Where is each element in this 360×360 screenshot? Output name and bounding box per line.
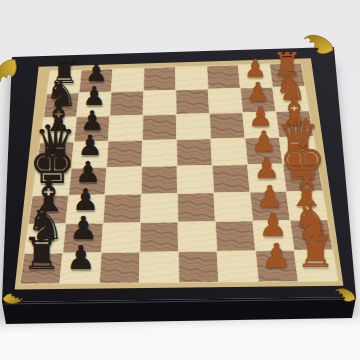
square-e3[interactable]: [212, 165, 250, 193]
square-h6[interactable]: [100, 252, 140, 283]
square-d5[interactable]: [142, 140, 177, 167]
square-e6[interactable]: [105, 167, 142, 195]
square-c3[interactable]: [210, 113, 246, 139]
square-g5[interactable]: [140, 222, 179, 252]
chess-set-photo: Angled overhead photo of a wooden chess …: [0, 0, 360, 360]
piece-black-rook-h8[interactable]: ♜: [20, 232, 64, 276]
piece-white-pawn-h2[interactable]: ♟: [260, 239, 293, 272]
square-f3[interactable]: [214, 192, 253, 221]
square-d6[interactable]: [107, 141, 143, 168]
square-f4[interactable]: [178, 193, 216, 222]
square-b6[interactable]: [110, 91, 144, 116]
square-c6[interactable]: [108, 115, 143, 141]
square-d3[interactable]: [211, 138, 248, 165]
square-b5[interactable]: [143, 90, 176, 115]
square-c4[interactable]: [176, 114, 211, 140]
square-b3[interactable]: [208, 88, 243, 113]
square-g3[interactable]: [215, 221, 255, 251]
square-a4[interactable]: [176, 66, 209, 90]
square-h4[interactable]: [179, 251, 219, 282]
square-a3[interactable]: [207, 65, 241, 89]
square-g6[interactable]: [101, 223, 140, 253]
square-e4[interactable]: [177, 165, 214, 193]
piece-white-rook-h1[interactable]: ♜: [294, 230, 338, 274]
piece-black-pawn-h7[interactable]: ♟: [64, 241, 97, 274]
square-a5[interactable]: [144, 67, 176, 91]
square-f6[interactable]: [103, 194, 141, 223]
square-b4[interactable]: [176, 89, 210, 114]
square-a6[interactable]: [111, 68, 144, 92]
square-c5[interactable]: [143, 114, 177, 140]
square-g4[interactable]: [178, 222, 217, 252]
square-d4[interactable]: [177, 139, 213, 166]
square-h3[interactable]: [217, 251, 258, 282]
square-f5[interactable]: [141, 194, 178, 223]
square-e5[interactable]: [141, 166, 177, 194]
square-h5[interactable]: [139, 252, 179, 283]
